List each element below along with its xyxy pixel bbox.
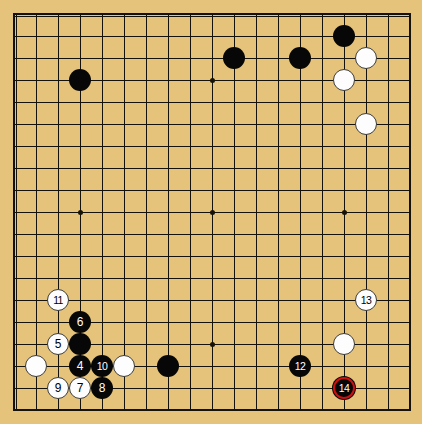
go-board-grid[interactable]: 4567891011121314	[3, 3, 421, 421]
stone-black-H3[interactable]	[157, 355, 179, 377]
stone-white-R6-move-13[interactable]: 13	[355, 289, 377, 311]
stone-black-Q2-move-14[interactable]: 14	[333, 377, 355, 399]
stone-white-F3[interactable]	[113, 355, 135, 377]
stone-black-O17[interactable]	[289, 47, 311, 69]
stone-white-D2-move-7[interactable]: 7	[69, 377, 91, 399]
stone-black-D3-move-4[interactable]: 4	[69, 355, 91, 377]
stone-white-C6-move-11[interactable]: 11	[47, 289, 69, 311]
stone-black-D4[interactable]	[69, 333, 91, 355]
stone-white-R17[interactable]	[355, 47, 377, 69]
stone-black-D16[interactable]	[69, 69, 91, 91]
stone-black-E2-move-8[interactable]: 8	[91, 377, 113, 399]
stone-white-R14[interactable]	[355, 113, 377, 135]
stone-black-O3-move-12[interactable]: 12	[289, 355, 311, 377]
stone-white-B3[interactable]	[25, 355, 47, 377]
stone-black-D5-move-6[interactable]: 6	[69, 311, 91, 333]
stone-white-Q4[interactable]	[333, 333, 355, 355]
stone-white-Q16[interactable]	[333, 69, 355, 91]
stone-white-C4-move-5[interactable]: 5	[47, 333, 69, 355]
stone-black-Q18[interactable]	[333, 25, 355, 47]
stone-white-C2-move-9[interactable]: 9	[47, 377, 69, 399]
stone-black-E3-move-10[interactable]: 10	[91, 355, 113, 377]
stone-black-L17[interactable]	[223, 47, 245, 69]
go-board: 4567891011121314	[0, 0, 422, 424]
